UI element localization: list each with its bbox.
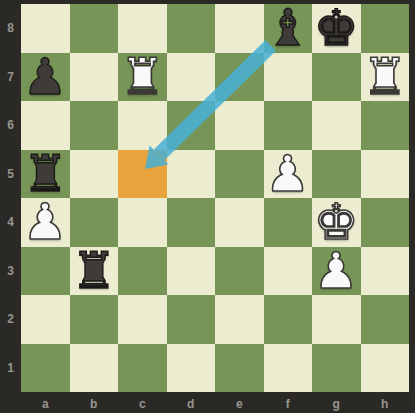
square-b6[interactable] [70,101,119,150]
square-f4[interactable] [264,198,313,247]
rank-label-1: 1 [0,361,21,375]
rank-label-8: 8 [0,21,21,35]
piece-black-king[interactable]: ♚ [312,4,361,53]
rank-label-5: 5 [0,167,21,181]
square-a2[interactable] [21,295,70,344]
square-d7[interactable] [167,53,216,102]
square-c6[interactable] [118,101,167,150]
square-d2[interactable] [167,295,216,344]
square-a6[interactable] [21,101,70,150]
square-b2[interactable] [70,295,119,344]
square-g7[interactable] [312,53,361,102]
square-e2[interactable] [215,295,264,344]
square-a7[interactable]: ♟ [21,53,70,102]
square-f7[interactable] [264,53,313,102]
square-h2[interactable] [361,295,410,344]
piece-white-rook[interactable]: ♜ [118,53,167,102]
square-c1[interactable] [118,344,167,393]
square-b7[interactable] [70,53,119,102]
square-h8[interactable] [361,4,410,53]
square-e7[interactable] [215,53,264,102]
square-g2[interactable] [312,295,361,344]
square-c8[interactable] [118,4,167,53]
square-a8[interactable] [21,4,70,53]
rank-label-4: 4 [0,215,21,229]
square-b3[interactable]: ♜ [70,247,119,296]
square-c5-highlighted[interactable] [118,150,167,199]
square-e6[interactable] [215,101,264,150]
piece-white-pawn[interactable]: ♟ [312,247,361,296]
file-label-e: e [215,395,264,413]
square-d1[interactable] [167,344,216,393]
square-g1[interactable] [312,344,361,393]
square-g4[interactable]: ♚ [312,198,361,247]
piece-black-rook[interactable]: ♜ [21,150,70,199]
square-c7[interactable]: ♜ [118,53,167,102]
square-f6[interactable] [264,101,313,150]
square-g5[interactable] [312,150,361,199]
piece-white-pawn[interactable]: ♟ [21,198,70,247]
square-d5[interactable] [167,150,216,199]
square-g3[interactable]: ♟ [312,247,361,296]
file-label-h: h [361,395,410,413]
square-a5[interactable]: ♜ [21,150,70,199]
square-b5[interactable] [70,150,119,199]
square-h6[interactable] [361,101,410,150]
chess-board: ♝♚♟♜♜♜♟♟♚♜♟ [21,4,409,392]
square-g6[interactable] [312,101,361,150]
file-label-c: c [118,395,167,413]
square-f3[interactable] [264,247,313,296]
square-c4[interactable] [118,198,167,247]
file-label-g: g [312,395,361,413]
file-label-a: a [21,395,70,413]
square-d6[interactable] [167,101,216,150]
square-f2[interactable] [264,295,313,344]
square-c2[interactable] [118,295,167,344]
chess-board-frame: ♝♚♟♜♜♜♟♟♚♜♟ 87654321abcdefgh [0,0,415,413]
square-e5[interactable] [215,150,264,199]
square-f8[interactable]: ♝ [264,4,313,53]
square-h5[interactable] [361,150,410,199]
rank-label-2: 2 [0,312,21,326]
piece-white-pawn[interactable]: ♟ [264,150,313,199]
file-label-d: d [167,395,216,413]
piece-white-king[interactable]: ♚ [312,198,361,247]
rank-label-7: 7 [0,70,21,84]
square-d4[interactable] [167,198,216,247]
square-d3[interactable] [167,247,216,296]
rank-label-6: 6 [0,118,21,132]
square-h4[interactable] [361,198,410,247]
square-c3[interactable] [118,247,167,296]
square-g8[interactable]: ♚ [312,4,361,53]
piece-black-bishop[interactable]: ♝ [264,4,313,53]
piece-white-rook[interactable]: ♜ [361,53,410,102]
square-a4[interactable]: ♟ [21,198,70,247]
file-label-f: f [264,395,313,413]
square-e4[interactable] [215,198,264,247]
square-h3[interactable] [361,247,410,296]
square-e8[interactable] [215,4,264,53]
square-f5[interactable]: ♟ [264,150,313,199]
square-b8[interactable] [70,4,119,53]
square-h1[interactable] [361,344,410,393]
piece-black-rook[interactable]: ♜ [70,247,119,296]
square-a3[interactable] [21,247,70,296]
square-b4[interactable] [70,198,119,247]
square-h7[interactable]: ♜ [361,53,410,102]
rank-label-3: 3 [0,264,21,278]
square-e3[interactable] [215,247,264,296]
square-f1[interactable] [264,344,313,393]
square-b1[interactable] [70,344,119,393]
file-label-b: b [70,395,119,413]
square-e1[interactable] [215,344,264,393]
square-d8[interactable] [167,4,216,53]
square-a1[interactable] [21,344,70,393]
piece-black-pawn[interactable]: ♟ [21,53,70,102]
